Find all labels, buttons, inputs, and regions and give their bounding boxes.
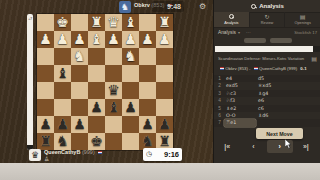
board-square[interactable] [71, 65, 88, 82]
white-move[interactable]: ♖e1 [224, 119, 256, 126]
panel-title: Analysis [259, 3, 284, 9]
board-square[interactable] [105, 116, 122, 133]
board-square[interactable]: ♚ [54, 14, 71, 31]
black-move[interactable]: c6 [256, 105, 288, 112]
board-square[interactable] [105, 48, 122, 65]
board-square[interactable]: ♞ [122, 48, 139, 65]
white-p-piece[interactable]: ♟ [105, 31, 122, 48]
board-square[interactable] [71, 82, 88, 99]
opening-name[interactable]: Scandinavian Defense: Mieses-Kotrc Varia… [218, 55, 310, 63]
move-number: 4 [214, 97, 224, 104]
board-square[interactable]: ♟ [139, 116, 156, 133]
board-square[interactable] [71, 14, 88, 31]
move-number: 3 [214, 90, 224, 97]
board-square[interactable]: ♛ [105, 82, 122, 99]
white-n-piece[interactable]: ♞ [122, 48, 139, 65]
analysis-dropdown[interactable]: Analysis [218, 30, 236, 35]
board-square[interactable] [88, 82, 105, 99]
previous-move-button[interactable]: ‹ [240, 140, 266, 153]
desktop-background [0, 163, 320, 180]
captured-pieces: ♙ [44, 156, 49, 162]
white-r-piece[interactable]: ♜ [88, 14, 105, 31]
board-square[interactable]: ♟ [71, 31, 88, 48]
clock-icon: ◷ [146, 150, 152, 158]
engine-line-pill[interactable] [244, 38, 266, 43]
move-row: 6O-O♗d6 [214, 112, 320, 119]
top-player-avatar[interactable]: ♞ [119, 1, 131, 13]
board-square[interactable] [139, 48, 156, 65]
black-move[interactable]: ♕xd5 [256, 82, 288, 89]
next-move-tooltip: Next Move [256, 128, 303, 139]
board-square[interactable]: ♟ [54, 31, 71, 48]
board-square[interactable] [139, 14, 156, 31]
white-r-piece[interactable]: ♜ [156, 14, 173, 31]
review-tab-icon: ↻ [264, 14, 269, 20]
panel-tabs: Analysis↻Review▤Openings [214, 12, 320, 27]
move-row: 7♖e1 [214, 119, 320, 126]
engine-name: Stockfish 17 [294, 30, 317, 35]
board-square[interactable] [139, 99, 156, 116]
black-q-piece[interactable]: ♛ [105, 82, 122, 99]
board-square[interactable]: ♟ [37, 116, 54, 133]
analysis-tab-icon [229, 14, 234, 20]
evaluation-bar: +7 [27, 14, 33, 150]
white-p-piece[interactable]: ♟ [37, 31, 54, 48]
board-square[interactable] [54, 48, 71, 65]
black-p-piece[interactable]: ♟ [54, 116, 71, 133]
move-row: 5♗e2c6 [214, 105, 320, 112]
board-square[interactable]: ♟ [139, 31, 156, 48]
board-square[interactable]: ♜ [156, 14, 173, 31]
board-square[interactable] [139, 65, 156, 82]
black-move[interactable]: ♗d6 [256, 112, 288, 119]
move-number: 5 [214, 105, 224, 112]
search-icon [251, 4, 256, 9]
black-p-piece[interactable]: ♟ [122, 99, 139, 116]
move-number: 6 [214, 112, 224, 119]
white-n-piece[interactable]: ♞ [71, 48, 88, 65]
tab-label: Review [261, 21, 273, 25]
skip-to-start-button[interactable]: |« [214, 140, 240, 153]
black-p-piece[interactable]: ♟ [139, 116, 156, 133]
board-square[interactable] [156, 48, 173, 65]
move-row: 4♘f3e6 [214, 97, 320, 104]
board-square[interactable]: ♝ [105, 99, 122, 116]
board-square[interactable]: ♜ [88, 14, 105, 31]
board-square[interactable] [105, 65, 122, 82]
board-square[interactable] [88, 48, 105, 65]
tab-analysis[interactable]: Analysis [214, 12, 250, 27]
mouse-cursor [285, 139, 293, 149]
board-square[interactable]: ♟ [54, 116, 71, 133]
board-square[interactable] [156, 65, 173, 82]
white-b-piece[interactable]: ♝ [88, 31, 105, 48]
more-options-icon[interactable]: ⋯ [246, 30, 251, 35]
board-square[interactable] [54, 82, 71, 99]
board-square[interactable]: ♟ [156, 31, 173, 48]
move-row: 3♘c3♗g4 [214, 90, 320, 97]
skip-to-end-button[interactable]: »| [293, 140, 319, 153]
game-players-line: Obkrv (853) - QueenCathyB (999) 0-1 [218, 64, 318, 73]
board-square[interactable]: ♟ [105, 31, 122, 48]
screenshot-root: ♞ Obkrv (853) 9:48 ⚙ +7 ♚♜♛♝♜♟♟♟♝♟♟♟♟♞♞♝… [0, 0, 320, 180]
tab-label: Analysis [224, 21, 238, 25]
board-square[interactable] [122, 82, 139, 99]
move-list: 1e4d52exd5♕xd53♘c3♗g44♘f3e65♗e2c66O-O♗d6… [214, 75, 320, 127]
white-move[interactable]: e4 [224, 75, 256, 82]
white-k-piece[interactable]: ♚ [54, 14, 71, 31]
game-result: 0-1 [300, 66, 306, 71]
board-square[interactable]: ♟ [122, 99, 139, 116]
black-p-piece[interactable]: ♟ [71, 116, 88, 133]
white-move[interactable]: ♘f3 [224, 97, 256, 104]
chevron-down-icon: ▾ [238, 30, 240, 35]
black-move[interactable]: ♗g4 [256, 90, 288, 97]
board-square[interactable] [37, 14, 54, 31]
chess-board[interactable]: ♚♜♛♝♜♟♟♟♝♟♟♟♟♞♞♝♛♟♝♟♟♟♟♟♟♜♞♚♞♜ [37, 14, 173, 150]
board-square[interactable] [88, 116, 105, 133]
board-square[interactable] [37, 82, 54, 99]
board-square[interactable]: ♟ [156, 116, 173, 133]
board-square[interactable] [122, 116, 139, 133]
board-square[interactable]: ♝ [88, 31, 105, 48]
opening-book-icon[interactable]: ▤ [311, 55, 317, 63]
board-square[interactable]: ♟ [122, 31, 139, 48]
board-square[interactable]: ♟ [37, 31, 54, 48]
board-square[interactable]: ♞ [71, 48, 88, 65]
white-move[interactable]: O-O [224, 112, 256, 119]
white-flag-icon [220, 67, 224, 70]
board-square[interactable]: ♟ [71, 116, 88, 133]
engine-line-pill[interactable] [270, 38, 292, 43]
white-move[interactable]: ♗e2 [224, 105, 256, 112]
players-separator: - [249, 66, 250, 71]
black-flag-icon [254, 67, 258, 70]
board-square[interactable] [156, 82, 173, 99]
tab-openings[interactable]: ▤Openings [285, 12, 320, 27]
board-square[interactable] [88, 65, 105, 82]
board-square[interactable]: ♝ [54, 65, 71, 82]
black-p-piece[interactable]: ♟ [37, 116, 54, 133]
engine-line-pills [214, 36, 320, 45]
white-q-piece[interactable]: ♛ [105, 14, 122, 31]
board-square[interactable] [139, 82, 156, 99]
white-player-label[interactable]: Obkrv (853) [225, 66, 248, 71]
move-navigation: |«‹›»| [214, 140, 319, 153]
black-b-piece[interactable]: ♝ [105, 99, 122, 116]
black-move[interactable]: d5 [256, 75, 288, 82]
black-p-piece[interactable]: ♟ [88, 99, 105, 116]
bottom-player-avatar[interactable]: ♛ [29, 149, 41, 161]
move-number: 7 [214, 119, 224, 126]
move-row: 1e4d5 [214, 75, 320, 82]
black-move[interactable]: e6 [256, 97, 288, 104]
evaluation-value: +7 [27, 16, 33, 21]
horizontal-eval-bar [215, 46, 320, 52]
board-square[interactable] [54, 99, 71, 116]
black-b-piece[interactable]: ♝ [54, 65, 71, 82]
board-square[interactable] [122, 65, 139, 82]
move-row: 2exd5♕xd5 [214, 82, 320, 89]
white-move[interactable]: exd5 [224, 82, 256, 89]
tab-label: Openings [295, 21, 311, 25]
board-square[interactable]: ♛ [105, 14, 122, 31]
bottom-player-name[interactable]: QueenCathyB (999) [44, 149, 102, 155]
move-number: 2 [214, 82, 224, 89]
white-move[interactable]: ♘c3 [224, 90, 256, 97]
white-p-piece[interactable]: ♟ [156, 31, 173, 48]
move-number: 1 [214, 75, 224, 82]
bottom-player-flag-icon [98, 151, 102, 154]
board-square[interactable] [37, 99, 54, 116]
white-b-piece[interactable]: ♝ [122, 14, 139, 31]
board-square[interactable]: ♟ [88, 99, 105, 116]
bottom-player-rating: (999) [82, 149, 95, 155]
top-player-clock: 9:48 [152, 1, 184, 12]
board-square[interactable] [71, 99, 88, 116]
board-square[interactable] [37, 65, 54, 82]
engine-subrow: Analysis ▾ ⋯ Stockfish 17 [214, 27, 320, 36]
white-p-piece[interactable]: ♟ [71, 31, 88, 48]
tab-review[interactable]: ↻Review [250, 12, 286, 27]
settings-gear-icon[interactable]: ⚙ [199, 2, 206, 11]
bottom-player-bar: ♛ QueenCathyB (999) ♙ ◷ 9:16 [27, 148, 213, 163]
white-p-piece[interactable]: ♟ [54, 31, 71, 48]
white-p-piece[interactable]: ♟ [122, 31, 139, 48]
white-p-piece[interactable]: ♟ [139, 31, 156, 48]
board-square[interactable]: ♝ [122, 14, 139, 31]
board-square[interactable] [156, 99, 173, 116]
black-p-piece[interactable]: ♟ [156, 116, 173, 133]
bottom-player-clock: ◷ 9:16 [143, 148, 182, 161]
openings-tab-icon: ▤ [300, 14, 306, 20]
horizontal-eval-black-segment [313, 46, 320, 52]
board-square[interactable] [37, 48, 54, 65]
black-player-label[interactable]: QueenCathyB (999) [259, 66, 297, 71]
